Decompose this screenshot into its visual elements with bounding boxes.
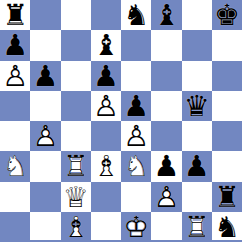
square-a1[interactable] xyxy=(0,212,30,242)
square-b1[interactable] xyxy=(30,212,60,242)
piece-white-pawn[interactable]: ♟♙ xyxy=(0,61,30,91)
piece-black-bishop[interactable]: ♝ xyxy=(151,0,181,30)
square-d5[interactable]: ♟♙ xyxy=(91,91,121,121)
square-h8[interactable]: ♚ xyxy=(212,0,242,30)
square-a5[interactable] xyxy=(0,91,30,121)
piece-black-pawn[interactable]: ♟ xyxy=(0,30,30,60)
piece-black-knight[interactable]: ♞ xyxy=(212,212,242,242)
piece-white-pawn[interactable]: ♟♙ xyxy=(151,182,181,212)
white-king-outline-icon: ♔ xyxy=(121,212,151,242)
square-e1[interactable]: ♚♔ xyxy=(121,212,151,242)
square-d3[interactable]: ♝♗ xyxy=(91,151,121,181)
piece-black-pawn[interactable]: ♟ xyxy=(30,61,60,91)
square-g3[interactable]: ♟ xyxy=(182,151,212,181)
piece-white-knight[interactable]: ♞♘ xyxy=(0,151,30,181)
square-a2[interactable] xyxy=(0,182,30,212)
square-g4[interactable] xyxy=(182,121,212,151)
piece-white-knight[interactable]: ♞♘ xyxy=(121,151,151,181)
chess-board: ♜♞♝♚♟♝♟♙♟♟♟♙♟♛♟♙♟♙♞♘♜♖♝♗♞♘♟♟♛♕♟♙♜♝♗♚♔♜♖♞ xyxy=(0,0,242,242)
piece-white-bishop[interactable]: ♝♗ xyxy=(61,212,91,242)
black-bishop-icon: ♝ xyxy=(91,30,121,60)
black-knight-icon: ♞ xyxy=(121,0,151,30)
square-d1[interactable] xyxy=(91,212,121,242)
square-d4[interactable] xyxy=(91,121,121,151)
white-pawn-outline-icon: ♙ xyxy=(0,61,30,91)
square-d7[interactable]: ♝ xyxy=(91,30,121,60)
piece-white-pawn[interactable]: ♟♙ xyxy=(30,121,60,151)
piece-black-queen[interactable]: ♛ xyxy=(182,91,212,121)
square-c6[interactable] xyxy=(61,61,91,91)
square-a8[interactable]: ♜ xyxy=(0,0,30,30)
square-g5[interactable]: ♛ xyxy=(182,91,212,121)
white-pawn-outline-icon: ♙ xyxy=(91,91,121,121)
square-a4[interactable] xyxy=(0,121,30,151)
square-f5[interactable] xyxy=(151,91,181,121)
white-queen-outline-icon: ♕ xyxy=(61,182,91,212)
piece-black-bishop[interactable]: ♝ xyxy=(91,30,121,60)
white-bishop-outline-icon: ♗ xyxy=(91,151,121,181)
square-f4[interactable] xyxy=(151,121,181,151)
square-e3[interactable]: ♞♘ xyxy=(121,151,151,181)
piece-white-rook[interactable]: ♜♖ xyxy=(182,212,212,242)
square-h7[interactable] xyxy=(212,30,242,60)
square-g2[interactable] xyxy=(182,182,212,212)
square-d2[interactable] xyxy=(91,182,121,212)
black-pawn-icon: ♟ xyxy=(121,91,151,121)
black-knight-icon: ♞ xyxy=(212,212,242,242)
square-h5[interactable] xyxy=(212,91,242,121)
white-bishop-outline-icon: ♗ xyxy=(61,212,91,242)
square-b5[interactable] xyxy=(30,91,60,121)
piece-white-queen[interactable]: ♛♕ xyxy=(61,182,91,212)
white-rook-outline-icon: ♖ xyxy=(61,151,91,181)
white-knight-outline-icon: ♘ xyxy=(0,151,30,181)
black-pawn-icon: ♟ xyxy=(182,151,212,181)
white-knight-outline-icon: ♘ xyxy=(121,151,151,181)
square-e8[interactable]: ♞ xyxy=(121,0,151,30)
square-c7[interactable] xyxy=(61,30,91,60)
square-f6[interactable] xyxy=(151,61,181,91)
white-pawn-outline-icon: ♙ xyxy=(121,121,151,151)
square-f7[interactable] xyxy=(151,30,181,60)
square-a3[interactable]: ♞♘ xyxy=(0,151,30,181)
piece-black-pawn[interactable]: ♟ xyxy=(91,61,121,91)
square-b7[interactable] xyxy=(30,30,60,60)
piece-white-pawn[interactable]: ♟♙ xyxy=(91,91,121,121)
square-a7[interactable]: ♟ xyxy=(0,30,30,60)
square-e5[interactable]: ♟ xyxy=(121,91,151,121)
square-b4[interactable]: ♟♙ xyxy=(30,121,60,151)
piece-black-rook[interactable]: ♜ xyxy=(0,0,30,30)
square-h2[interactable]: ♜ xyxy=(212,182,242,212)
square-f3[interactable]: ♟ xyxy=(151,151,181,181)
black-bishop-icon: ♝ xyxy=(151,0,181,30)
piece-black-rook[interactable]: ♜ xyxy=(212,182,242,212)
piece-white-rook[interactable]: ♜♖ xyxy=(61,151,91,181)
piece-black-pawn[interactable]: ♟ xyxy=(182,151,212,181)
square-d8[interactable] xyxy=(91,0,121,30)
square-c5[interactable] xyxy=(61,91,91,121)
square-f2[interactable]: ♟♙ xyxy=(151,182,181,212)
square-f1[interactable] xyxy=(151,212,181,242)
piece-black-king[interactable]: ♚ xyxy=(212,0,242,30)
square-a6[interactable]: ♟♙ xyxy=(0,61,30,91)
piece-white-king[interactable]: ♚♔ xyxy=(121,212,151,242)
square-e7[interactable] xyxy=(121,30,151,60)
square-c2[interactable]: ♛♕ xyxy=(61,182,91,212)
square-d6[interactable]: ♟ xyxy=(91,61,121,91)
black-rook-icon: ♜ xyxy=(212,182,242,212)
black-pawn-icon: ♟ xyxy=(91,61,121,91)
square-h6[interactable] xyxy=(212,61,242,91)
square-b6[interactable]: ♟ xyxy=(30,61,60,91)
black-pawn-icon: ♟ xyxy=(0,30,30,60)
square-f8[interactable]: ♝ xyxy=(151,0,181,30)
square-b8[interactable] xyxy=(30,0,60,30)
square-c8[interactable] xyxy=(61,0,91,30)
white-pawn-outline-icon: ♙ xyxy=(30,121,60,151)
piece-white-bishop[interactable]: ♝♗ xyxy=(91,151,121,181)
piece-white-pawn[interactable]: ♟♙ xyxy=(121,121,151,151)
square-e6[interactable] xyxy=(121,61,151,91)
square-h3[interactable] xyxy=(212,151,242,181)
white-rook-outline-icon: ♖ xyxy=(182,212,212,242)
square-c3[interactable]: ♜♖ xyxy=(61,151,91,181)
square-e2[interactable] xyxy=(121,182,151,212)
square-e4[interactable]: ♟♙ xyxy=(121,121,151,151)
square-b2[interactable] xyxy=(30,182,60,212)
square-b3[interactable] xyxy=(30,151,60,181)
square-h1[interactable]: ♞ xyxy=(212,212,242,242)
piece-black-knight[interactable]: ♞ xyxy=(121,0,151,30)
black-queen-icon: ♛ xyxy=(182,91,212,121)
square-g8[interactable] xyxy=(182,0,212,30)
piece-black-pawn[interactable]: ♟ xyxy=(151,151,181,181)
black-pawn-icon: ♟ xyxy=(151,151,181,181)
piece-black-pawn[interactable]: ♟ xyxy=(121,91,151,121)
square-c1[interactable]: ♝♗ xyxy=(61,212,91,242)
square-g1[interactable]: ♜♖ xyxy=(182,212,212,242)
white-pawn-outline-icon: ♙ xyxy=(151,182,181,212)
square-h4[interactable] xyxy=(212,121,242,151)
square-c4[interactable] xyxy=(61,121,91,151)
square-g7[interactable] xyxy=(182,30,212,60)
square-g6[interactable] xyxy=(182,61,212,91)
black-king-icon: ♚ xyxy=(212,0,242,30)
black-rook-icon: ♜ xyxy=(0,0,30,30)
black-pawn-icon: ♟ xyxy=(30,61,60,91)
